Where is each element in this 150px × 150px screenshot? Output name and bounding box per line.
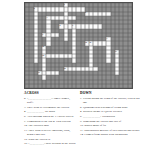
across-header: ACROSS xyxy=(24,91,39,95)
cell-number: 5 xyxy=(59,24,60,26)
clue-item: 13. They wish to delete emotions, class,… xyxy=(24,128,76,136)
cell-number: 10 xyxy=(89,41,91,43)
clue-item: 11. Supernatural mixture of two radicals… xyxy=(80,128,142,132)
across-clue-list: 2. "________________": timey-wimey, stuf… xyxy=(24,96,76,146)
cell-number: 9 xyxy=(107,37,108,39)
cell-number: 4 xyxy=(47,16,48,18)
clue-item: 6. ____________: Torchwood xyxy=(80,114,142,118)
clue-item: 5. Area through which the TARDIS travels xyxy=(24,114,76,118)
cell-number: 12 xyxy=(85,41,87,43)
clue-item: 16. "__________" Best weapon in the worl… xyxy=(24,141,76,145)
down-header: DOWN xyxy=(80,91,92,95)
cell-number: 2 xyxy=(34,7,35,9)
clue-item: 1. Villain during the reign of the Docto… xyxy=(80,96,142,104)
cell-number: 14 xyxy=(115,50,117,52)
clue-item: 3. They wish to exterminate the Doctor xyxy=(24,105,76,109)
clue-item: 4. ____________ are good xyxy=(24,109,76,113)
cell-number: 16 xyxy=(38,71,40,73)
clue-item: 2. Quantum locked beings of living stone xyxy=(80,105,142,109)
cell-number: 11 xyxy=(42,45,44,47)
cell-number: 7 xyxy=(42,33,43,35)
down-clue-list: 1. Villain during the reign of the Docto… xyxy=(80,96,142,137)
clue-item: 15. What the Doctor is xyxy=(24,137,76,141)
clue-item: 9. Something the Doctor has two of xyxy=(80,119,142,123)
crossword-grid: 1234567912101114131516 xyxy=(24,2,133,89)
clue-item: 10. Babies made of fat xyxy=(80,123,142,127)
cell-number: 3 xyxy=(85,11,86,13)
cell-number: 1 xyxy=(64,3,65,5)
cell-number: 6 xyxy=(72,24,73,26)
clue-item: 4. Isolated enemy to Queen Victoria xyxy=(80,109,142,113)
clue-item: 2. "________________": timey-wimey, stuf… xyxy=(24,96,76,104)
crossword-page: { "game": "crossword", "board": { "rows"… xyxy=(0,0,150,150)
clue-item: 7. Companion to the 9th & 10th Doctors xyxy=(24,119,76,123)
clue-item: 14. Formed from Russia with obligations xyxy=(80,132,142,136)
cell-number: 15 xyxy=(64,67,66,69)
clue-item: 12. The Doctor's ship xyxy=(24,123,76,127)
cell-number: 13 xyxy=(42,54,44,56)
crossword-cell-block xyxy=(128,84,132,88)
